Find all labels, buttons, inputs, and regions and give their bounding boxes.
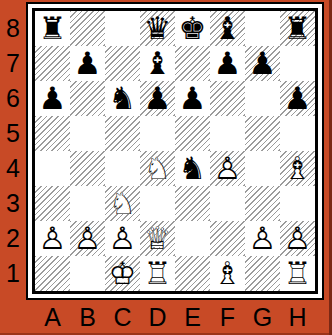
square-b8[interactable] <box>70 11 105 46</box>
square-c8[interactable] <box>105 11 140 46</box>
square-a1[interactable] <box>35 256 70 291</box>
square-b3[interactable] <box>70 186 105 221</box>
square-c6[interactable]: ♞ <box>105 81 140 116</box>
square-f6[interactable] <box>210 81 245 116</box>
piece-white-bishop-icon: ♝♗ <box>284 153 312 184</box>
piece-black-rook-icon: ♜ <box>284 13 312 44</box>
square-d4[interactable]: ♞♘ <box>140 151 175 186</box>
square-f3[interactable] <box>210 186 245 221</box>
square-f2[interactable] <box>210 221 245 256</box>
rank-label-8: 8 <box>0 11 26 46</box>
file-label-a: A <box>35 302 70 332</box>
piece-white-pawn-icon: ♟♙ <box>109 223 137 254</box>
square-g2[interactable]: ♟♙ <box>245 221 280 256</box>
square-h7[interactable] <box>280 46 315 81</box>
piece-white-bishop-icon: ♝♗ <box>214 258 242 289</box>
white-queen-outline-icon: ♕ <box>144 221 172 256</box>
rank-label-4: 4 <box>0 151 26 186</box>
white-knight-outline-icon: ♘ <box>144 151 172 186</box>
square-f4[interactable]: ♟♙ <box>210 151 245 186</box>
white-pawn-outline-icon: ♙ <box>249 221 277 256</box>
square-c1[interactable]: ♚♔ <box>105 256 140 291</box>
piece-black-pawn-icon: ♟ <box>144 83 172 114</box>
rank-label-7: 7 <box>0 46 26 81</box>
square-g3[interactable] <box>245 186 280 221</box>
square-g4[interactable] <box>245 151 280 186</box>
file-label-c: C <box>105 302 140 332</box>
square-c5[interactable] <box>105 116 140 151</box>
piece-white-rook-icon: ♜♖ <box>284 258 312 289</box>
piece-black-knight-icon: ♞ <box>179 153 207 184</box>
white-knight-outline-icon: ♘ <box>109 186 137 221</box>
square-h4[interactable]: ♝♗ <box>280 151 315 186</box>
square-h1[interactable]: ♜♖ <box>280 256 315 291</box>
piece-black-bishop-icon: ♝ <box>214 13 242 44</box>
piece-black-king-icon: ♚ <box>179 13 207 44</box>
square-g6[interactable] <box>245 81 280 116</box>
square-g5[interactable] <box>245 116 280 151</box>
white-rook-outline-icon: ♖ <box>144 256 172 291</box>
rank-label-2: 2 <box>0 221 26 256</box>
rank-labels: 87654321 <box>0 11 26 291</box>
square-d8[interactable]: ♛ <box>140 11 175 46</box>
white-bishop-outline-icon: ♗ <box>284 151 312 186</box>
square-a5[interactable] <box>35 116 70 151</box>
square-d1[interactable]: ♜♖ <box>140 256 175 291</box>
square-e8[interactable]: ♚ <box>175 11 210 46</box>
file-label-b: B <box>70 302 105 332</box>
square-b5[interactable] <box>70 116 105 151</box>
square-h3[interactable] <box>280 186 315 221</box>
piece-black-pawn-icon: ♟ <box>179 83 207 114</box>
square-g7[interactable]: ♟ <box>245 46 280 81</box>
square-c4[interactable] <box>105 151 140 186</box>
square-h6[interactable]: ♟ <box>280 81 315 116</box>
file-label-f: F <box>210 302 245 332</box>
piece-black-pawn-icon: ♟ <box>39 83 67 114</box>
square-a3[interactable] <box>35 186 70 221</box>
square-h5[interactable] <box>280 116 315 151</box>
square-e6[interactable]: ♟ <box>175 81 210 116</box>
square-c7[interactable] <box>105 46 140 81</box>
board-grid: ♜♛♚♝♜♟♝♟♟♟♞♟♟♟♞♘♞♟♙♝♗♞♘♟♙♟♙♟♙♛♕♟♙♟♙♚♔♜♖♝… <box>32 8 318 294</box>
white-pawn-outline-icon: ♙ <box>284 221 312 256</box>
piece-white-rook-icon: ♜♖ <box>144 258 172 289</box>
square-b6[interactable] <box>70 81 105 116</box>
square-e1[interactable] <box>175 256 210 291</box>
piece-black-pawn-icon: ♟ <box>249 48 277 79</box>
white-pawn-outline-icon: ♙ <box>39 221 67 256</box>
white-rook-outline-icon: ♖ <box>284 256 312 291</box>
square-e7[interactable] <box>175 46 210 81</box>
square-b1[interactable] <box>70 256 105 291</box>
square-d5[interactable] <box>140 116 175 151</box>
square-g1[interactable] <box>245 256 280 291</box>
square-h2[interactable]: ♟♙ <box>280 221 315 256</box>
rank-label-3: 3 <box>0 186 26 221</box>
square-b4[interactable] <box>70 151 105 186</box>
piece-white-knight-icon: ♞♘ <box>144 153 172 184</box>
square-a8[interactable]: ♜ <box>35 11 70 46</box>
piece-white-knight-icon: ♞♘ <box>109 188 137 219</box>
square-f1[interactable]: ♝♗ <box>210 256 245 291</box>
piece-black-rook-icon: ♜ <box>39 13 67 44</box>
chess-diagram: 87654321 ♜♛♚♝♜♟♝♟♟♟♞♟♟♟♞♘♞♟♙♝♗♞♘♟♙♟♙♟♙♛♕… <box>0 0 332 335</box>
file-label-g: G <box>245 302 280 332</box>
square-e5[interactable] <box>175 116 210 151</box>
square-a2[interactable]: ♟♙ <box>35 221 70 256</box>
white-king-outline-icon: ♔ <box>109 256 137 291</box>
square-f8[interactable]: ♝ <box>210 11 245 46</box>
piece-white-pawn-icon: ♟♙ <box>249 223 277 254</box>
white-pawn-outline-icon: ♙ <box>214 151 242 186</box>
square-a4[interactable] <box>35 151 70 186</box>
piece-white-queen-icon: ♛♕ <box>144 223 172 254</box>
piece-white-pawn-icon: ♟♙ <box>214 153 242 184</box>
piece-black-knight-icon: ♞ <box>109 83 137 114</box>
piece-black-pawn-icon: ♟ <box>214 48 242 79</box>
white-pawn-outline-icon: ♙ <box>74 221 102 256</box>
white-pawn-outline-icon: ♙ <box>109 221 137 256</box>
piece-black-pawn-icon: ♟ <box>74 48 102 79</box>
piece-white-pawn-icon: ♟♙ <box>74 223 102 254</box>
square-h8[interactable]: ♜ <box>280 11 315 46</box>
file-label-h: H <box>280 302 315 332</box>
piece-white-king-icon: ♚♔ <box>109 258 137 289</box>
piece-black-pawn-icon: ♟ <box>284 83 312 114</box>
square-f7[interactable]: ♟ <box>210 46 245 81</box>
white-bishop-outline-icon: ♗ <box>214 256 242 291</box>
square-g8[interactable] <box>245 11 280 46</box>
square-a7[interactable] <box>35 46 70 81</box>
square-c3[interactable]: ♞♘ <box>105 186 140 221</box>
file-labels: ABCDEFGH <box>35 302 315 332</box>
square-b2[interactable]: ♟♙ <box>70 221 105 256</box>
file-label-d: D <box>140 302 175 332</box>
square-a6[interactable]: ♟ <box>35 81 70 116</box>
rank-label-6: 6 <box>0 81 26 116</box>
square-d6[interactable]: ♟ <box>140 81 175 116</box>
square-d2[interactable]: ♛♕ <box>140 221 175 256</box>
file-label-e: E <box>175 302 210 332</box>
board-frame: ♜♛♚♝♜♟♝♟♟♟♞♟♟♟♞♘♞♟♙♝♗♞♘♟♙♟♙♟♙♛♕♟♙♟♙♚♔♜♖♝… <box>26 2 324 300</box>
piece-white-pawn-icon: ♟♙ <box>39 223 67 254</box>
square-e3[interactable] <box>175 186 210 221</box>
piece-black-queen-icon: ♛ <box>144 13 172 44</box>
piece-white-pawn-icon: ♟♙ <box>284 223 312 254</box>
piece-black-bishop-icon: ♝ <box>144 48 172 79</box>
square-c2[interactable]: ♟♙ <box>105 221 140 256</box>
square-b7[interactable]: ♟ <box>70 46 105 81</box>
square-f5[interactable] <box>210 116 245 151</box>
rank-label-1: 1 <box>0 256 26 291</box>
square-d7[interactable]: ♝ <box>140 46 175 81</box>
square-e4[interactable]: ♞ <box>175 151 210 186</box>
square-d3[interactable] <box>140 186 175 221</box>
rank-label-5: 5 <box>0 116 26 151</box>
square-e2[interactable] <box>175 221 210 256</box>
